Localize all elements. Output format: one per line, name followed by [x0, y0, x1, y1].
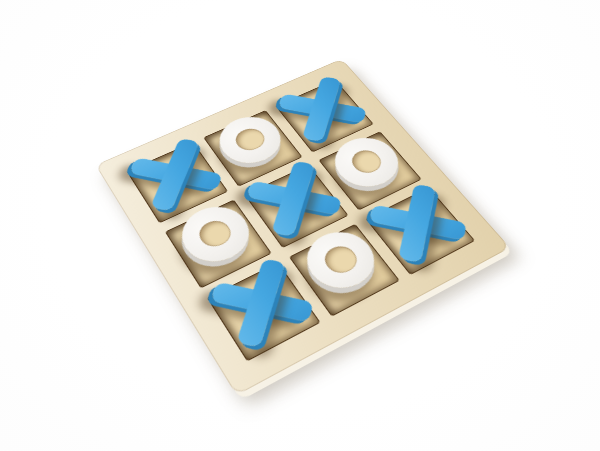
product-photo-background — [0, 0, 600, 451]
o-ring — [209, 109, 292, 172]
tictactoe-board — [95, 59, 510, 396]
board-grid — [126, 80, 475, 362]
o-hole — [319, 242, 362, 277]
o-hole — [195, 217, 236, 251]
o-hole — [231, 125, 269, 154]
o-hole — [347, 147, 387, 177]
